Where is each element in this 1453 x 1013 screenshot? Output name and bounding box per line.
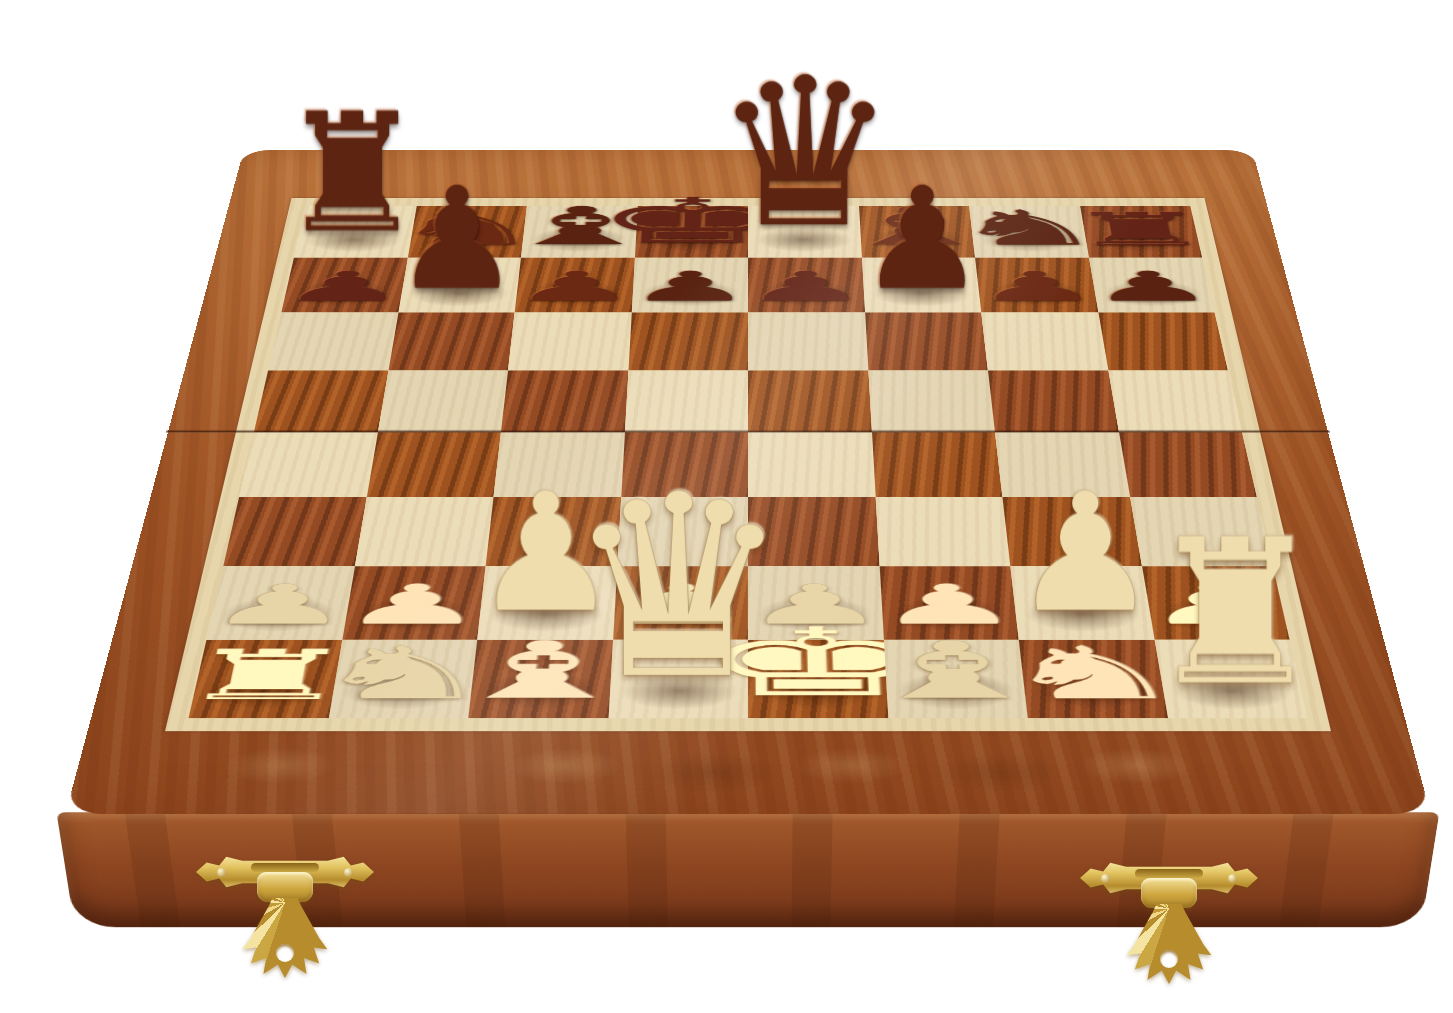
product-photo: ♜♞♝♚♛♝♞♜♟♟♟♟♟♟♟♟♟♟♟♟♟♟♟♟♜♞♝♛♚♝♞♜ bbox=[0, 0, 1453, 1013]
square-a6[interactable] bbox=[268, 313, 398, 371]
square-f7[interactable]: ♟ bbox=[862, 258, 982, 313]
square-e8[interactable]: ♛ bbox=[748, 206, 862, 258]
piece-white-queen-d1[interactable]: ♛ bbox=[565, 468, 792, 708]
square-h1[interactable]: ♜ bbox=[1154, 640, 1307, 718]
square-g6[interactable] bbox=[981, 313, 1108, 371]
latch-hasp-hole bbox=[276, 944, 294, 962]
piece-black-pawn-f7[interactable]: ♟ bbox=[859, 171, 986, 305]
square-b6[interactable] bbox=[388, 313, 515, 371]
square-d6[interactable] bbox=[628, 313, 748, 371]
latch-fan-hasp bbox=[1124, 904, 1214, 984]
square-g2[interactable]: ♟ bbox=[1010, 566, 1154, 640]
latch-screw bbox=[217, 868, 226, 877]
latch-screw bbox=[1101, 874, 1110, 883]
piece-white-pawn-g2[interactable]: ♟ bbox=[1012, 475, 1159, 631]
latch-screw bbox=[1228, 874, 1237, 883]
chess-board-box-top: ♜♞♝♚♛♝♞♜♟♟♟♟♟♟♟♟♟♟♟♟♟♟♟♟♜♞♝♛♚♝♞♜ bbox=[65, 150, 1430, 814]
square-f6[interactable] bbox=[865, 313, 988, 371]
square-h6[interactable] bbox=[1098, 313, 1228, 371]
latch-fan-hasp bbox=[240, 898, 330, 978]
brass-latch-right[interactable] bbox=[1080, 858, 1258, 986]
piece-black-pawn-b7[interactable]: ♟ bbox=[394, 171, 521, 305]
latch-hinge-knuckle bbox=[1141, 878, 1197, 908]
latch-slot bbox=[1135, 869, 1203, 878]
brass-latch-left[interactable] bbox=[196, 852, 374, 980]
square-c6[interactable] bbox=[508, 313, 631, 371]
latch-hasp-hole bbox=[1160, 950, 1178, 968]
latch-hinge-knuckle bbox=[257, 872, 313, 902]
square-b7[interactable]: ♟ bbox=[398, 258, 521, 313]
square-d1[interactable]: ♛ bbox=[608, 640, 748, 718]
piece-white-rook-h1[interactable]: ♜ bbox=[1146, 518, 1326, 709]
latch-screw bbox=[344, 868, 353, 877]
latch-slot bbox=[251, 863, 319, 872]
square-e6[interactable] bbox=[748, 313, 868, 371]
